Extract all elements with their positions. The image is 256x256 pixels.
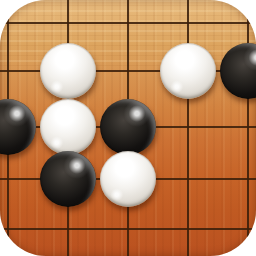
stone-black[interactable] — [100, 99, 156, 155]
stone-white[interactable] — [40, 43, 96, 99]
go-board[interactable] — [0, 0, 256, 256]
stones-grid — [0, 0, 256, 256]
stone-black[interactable] — [40, 151, 96, 207]
stone-black[interactable] — [0, 99, 36, 155]
stone-white[interactable] — [160, 43, 216, 99]
app-icon[interactable] — [0, 0, 256, 256]
stone-white[interactable] — [40, 99, 96, 155]
stone-black[interactable] — [220, 43, 256, 99]
stone-white[interactable] — [100, 151, 156, 207]
